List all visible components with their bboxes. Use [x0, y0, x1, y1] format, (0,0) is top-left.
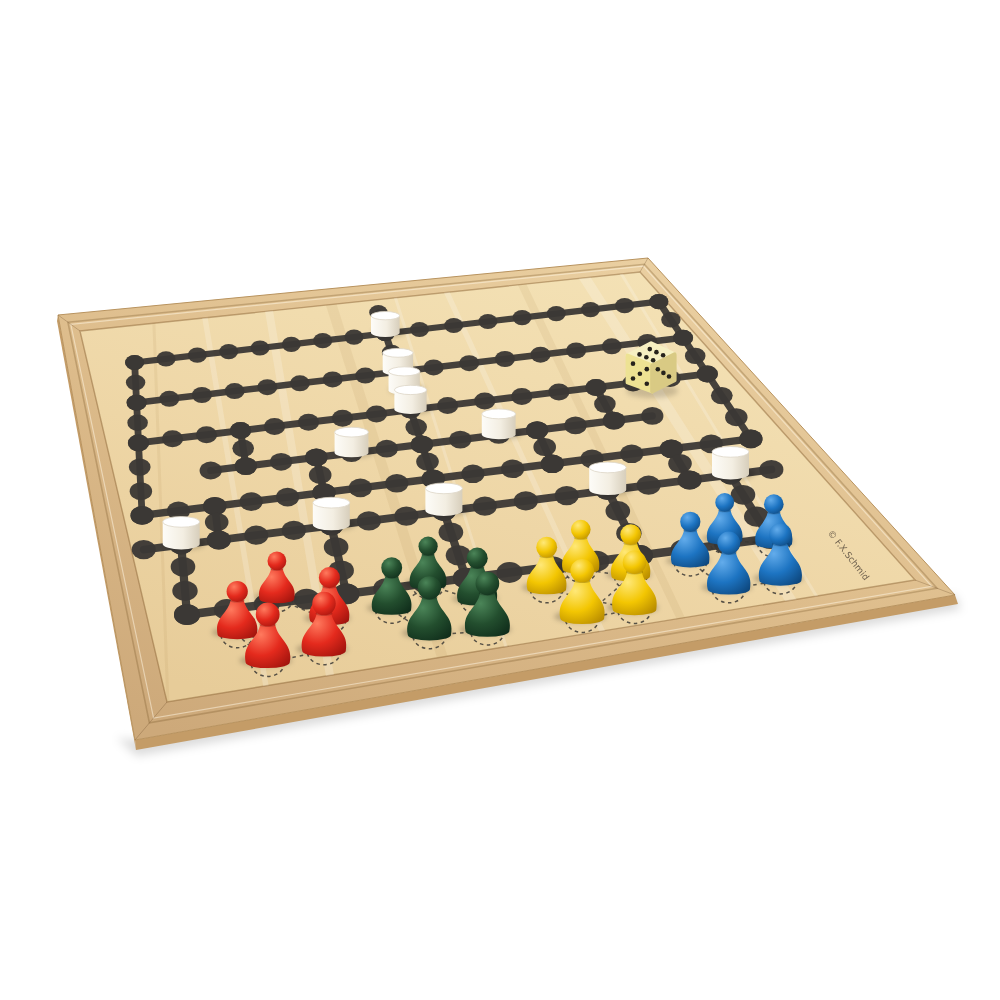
barricade-10[interactable] [589, 462, 632, 495]
barricade-6[interactable] [482, 409, 522, 439]
barricade-11[interactable] [712, 447, 755, 480]
barricade-7[interactable] [163, 517, 206, 550]
die[interactable] [626, 343, 678, 398]
barricade-5[interactable] [335, 427, 375, 457]
barricade-4[interactable] [394, 385, 432, 414]
scene: © F.X.Schmid [0, 0, 1000, 1000]
barricade-9[interactable] [425, 483, 468, 516]
barricade-8[interactable] [313, 497, 356, 530]
board-render: © F.X.Schmid [0, 0, 1000, 1000]
